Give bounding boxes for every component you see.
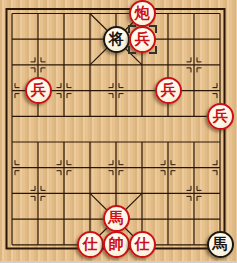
red-cannon-glyph: 炮 (135, 5, 150, 20)
black-general[interactable]: 将 (103, 26, 130, 53)
black-horse[interactable]: 馬 (207, 231, 234, 258)
red-soldier-3-glyph: 兵 (161, 83, 176, 98)
black-horse-glyph: 馬 (213, 237, 228, 252)
red-horse[interactable]: 馬 (103, 205, 130, 232)
red-advisor-1-glyph: 仕 (83, 237, 98, 252)
red-soldier-1-glyph: 兵 (135, 31, 150, 46)
red-advisor-2[interactable]: 仕 (129, 231, 156, 258)
xiangqi-board-grid: 炮将兵兵兵兵馬仕帥仕馬 (0, 1, 233, 258)
black-general-glyph: 将 (109, 31, 124, 46)
xiangqi-app: 炮将兵兵兵兵馬仕帥仕馬 (0, 0, 237, 263)
red-advisor-1[interactable]: 仕 (77, 231, 104, 258)
red-soldier-1[interactable]: 兵 (129, 26, 156, 53)
red-cannon[interactable]: 炮 (129, 0, 156, 27)
red-soldier-4-glyph: 兵 (213, 108, 228, 123)
red-soldier-2-glyph: 兵 (31, 83, 46, 98)
red-general-glyph: 帥 (109, 237, 124, 252)
red-general[interactable]: 帥 (103, 231, 130, 258)
red-horse-glyph: 馬 (109, 211, 124, 226)
red-soldier-4[interactable]: 兵 (207, 103, 234, 130)
red-advisor-2-glyph: 仕 (135, 237, 150, 252)
red-soldier-2[interactable]: 兵 (25, 77, 52, 104)
red-soldier-3[interactable]: 兵 (155, 77, 182, 104)
